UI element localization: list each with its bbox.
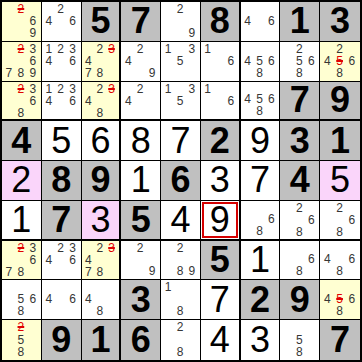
candidate-3-eliminated: 3 (106, 43, 118, 55)
candidate-slot-empty (321, 67, 333, 79)
cell-r8c3[interactable]: 48 (82, 280, 122, 320)
candidate-slot-empty (94, 55, 106, 67)
candidate-8: 8 (333, 265, 345, 277)
candidate-6: 6 (346, 253, 358, 265)
given-digit: 9 (51, 322, 71, 358)
cell-r1c9[interactable]: 3 (320, 2, 360, 42)
candidate-slot-empty (305, 346, 317, 358)
candidate-slot-empty (3, 293, 15, 305)
candidate-slot-empty (321, 265, 333, 277)
candidate-slot-empty (266, 67, 278, 79)
candidate-grid: 258 (2, 320, 41, 360)
candidate-1: 1 (162, 281, 174, 293)
candidate-grid: 23478 (82, 42, 120, 81)
cell-r4c6[interactable]: 2 (201, 121, 241, 161)
solved-digit: 9 (210, 202, 230, 238)
cell-r8c5[interactable]: 18 (161, 280, 201, 320)
candidate-slot-empty (346, 226, 358, 238)
cell-r6c1[interactable]: 1 (2, 201, 42, 241)
candidate-slot-empty (213, 55, 225, 67)
candidate-slot-empty (213, 43, 225, 55)
candidate-slot-empty (55, 27, 67, 39)
candidate-4: 4 (122, 55, 134, 67)
given-digit: 5 (210, 242, 230, 278)
cell-r2c2[interactable]: 12346 (42, 42, 82, 82)
solved-digit: 1 (250, 242, 270, 278)
candidate-2: 2 (94, 242, 106, 254)
candidate-8: 8 (94, 305, 106, 317)
candidate-slot-empty (346, 43, 358, 55)
solved-digit: 5 (51, 123, 71, 159)
candidate-8: 8 (174, 305, 186, 317)
cell-r7c8[interactable]: 68 (280, 241, 320, 281)
candidate-3-eliminated: 3 (106, 242, 118, 254)
cell-r8c1[interactable]: 568 (2, 280, 42, 320)
candidate-2: 2 (94, 43, 106, 55)
candidate-slot-empty (27, 107, 39, 119)
candidate-slot-empty (55, 305, 67, 317)
cell-r5c8[interactable]: 4 (280, 161, 320, 201)
candidate-grid: 2568 (280, 42, 319, 81)
solved-digit: 5 (330, 162, 350, 198)
candidate-3: 3 (186, 43, 198, 55)
candidate-9: 9 (186, 265, 198, 277)
given-digit: 1 (330, 123, 350, 159)
candidate-slot-empty (266, 43, 278, 55)
candidate-slot-empty (174, 67, 186, 79)
candidate-8: 8 (94, 67, 106, 79)
cell-r9c8[interactable]: 58 (280, 320, 320, 360)
candidate-8: 8 (15, 266, 27, 278)
candidate-6: 6 (266, 93, 278, 105)
candidate-8: 8 (254, 225, 266, 237)
candidate-5: 5 (293, 333, 305, 345)
candidate-slot-empty (3, 333, 15, 345)
candidate-9: 9 (186, 27, 198, 39)
candidate-slot-empty (43, 27, 55, 39)
candidate-6: 6 (346, 293, 358, 305)
candidate-grid: 24568 (320, 42, 360, 81)
candidate-slot-empty (67, 27, 79, 39)
candidate-grid: 24 (121, 82, 160, 120)
solved-digit: 1 (11, 202, 31, 238)
cell-r7c6[interactable]: 5 (201, 241, 241, 281)
candidate-slot-empty (3, 346, 15, 358)
candidate-slot-empty (186, 333, 198, 345)
candidate-slot-empty (321, 226, 333, 238)
candidate-grid: 16 (201, 42, 239, 81)
candidate-slot-empty (3, 107, 15, 119)
candidate-slot-empty (162, 15, 174, 27)
cell-r1c1[interactable]: 269 (2, 2, 42, 42)
candidate-4: 4 (242, 93, 254, 105)
candidate-slot-empty (67, 107, 79, 118)
candidate-slot-empty (174, 333, 186, 345)
candidate-5: 5 (293, 55, 305, 67)
cell-r2c3[interactable]: 23478 (82, 42, 122, 82)
cell-r3c3[interactable]: 2348 (82, 82, 122, 122)
candidate-slot-empty (134, 55, 146, 67)
candidate-grid: 58 (280, 320, 319, 360)
candidate-slot-empty (242, 225, 254, 237)
cell-r4c9[interactable]: 1 (320, 121, 360, 161)
candidate-slot-empty (281, 55, 293, 67)
candidate-7: 7 (83, 266, 95, 278)
candidate-3: 3 (186, 83, 198, 95)
candidate-slot-empty (67, 67, 79, 79)
cell-r4c4[interactable]: 8 (121, 121, 161, 161)
candidate-slot-empty (305, 321, 317, 333)
cell-r7c5[interactable]: 289 (161, 241, 201, 281)
candidate-8: 8 (293, 226, 305, 238)
candidate-6: 6 (67, 95, 79, 107)
cell-r1c6[interactable]: 8 (201, 2, 241, 42)
cell-r7c4[interactable]: 29 (121, 241, 161, 281)
candidate-8: 8 (15, 107, 27, 119)
candidate-slot-empty (281, 43, 293, 55)
candidate-slot-empty (106, 305, 118, 317)
candidate-slot-empty (162, 107, 174, 118)
candidate-slot-empty (213, 83, 225, 95)
candidate-slot-empty (186, 67, 198, 79)
candidate-slot-empty (305, 265, 317, 277)
cell-r5c6[interactable]: 3 (201, 161, 241, 201)
candidate-grid: 46 (42, 280, 81, 319)
solved-digit: 4 (170, 202, 190, 238)
cell-r9c7[interactable]: 3 (241, 320, 281, 360)
cell-r7c7[interactable]: 1 (241, 241, 281, 281)
candidate-slot-empty (242, 105, 254, 117)
candidate-slot-empty (146, 242, 158, 254)
cell-r1c3[interactable]: 5 (82, 2, 122, 42)
candidate-slot-empty (146, 95, 158, 107)
cell-r2c6[interactable]: 16 (201, 42, 241, 82)
candidate-slot-empty (3, 321, 15, 333)
given-digit: 3 (330, 3, 350, 39)
candidate-slot-empty (162, 67, 174, 79)
sudoku-board: 2692465729846132367891234623478249135164… (0, 0, 362, 362)
candidate-slot-empty (15, 95, 27, 107)
candidate-slot-empty (122, 265, 134, 277)
candidate-slot-empty (146, 55, 158, 67)
candidate-6: 6 (346, 55, 358, 67)
candidate-6: 6 (27, 95, 39, 107)
candidate-slot-empty (305, 43, 317, 55)
candidate-slot-empty (346, 265, 358, 277)
candidate-slot-empty (266, 27, 278, 39)
candidate-slot-empty (43, 67, 55, 79)
candidate-slot-empty (305, 333, 317, 345)
candidate-8: 8 (15, 305, 27, 317)
candidate-slot-empty (27, 305, 39, 317)
candidate-9: 9 (27, 67, 39, 79)
candidate-slot-empty (186, 346, 198, 358)
cell-r9c5[interactable]: 28 (161, 320, 201, 360)
cell-r2c1[interactable]: 236789 (2, 42, 42, 82)
candidate-2: 2 (134, 83, 146, 95)
candidate-7: 7 (3, 67, 15, 79)
candidate-grid: 29 (161, 2, 200, 41)
candidate-4: 4 (43, 254, 55, 266)
candidate-slot-empty (186, 55, 198, 67)
cell-r9c1[interactable]: 258 (2, 320, 42, 360)
candidate-slot-empty (43, 242, 55, 254)
cell-r5c5[interactable]: 6 (161, 161, 201, 201)
cell-r1c4[interactable]: 7 (121, 2, 161, 42)
cell-r5c3[interactable]: 9 (82, 161, 122, 201)
cell-r4c7[interactable]: 9 (241, 121, 281, 161)
candidate-slot-empty (162, 3, 174, 15)
candidate-grid: 12346 (42, 82, 81, 120)
candidate-6: 6 (67, 254, 79, 266)
candidate-9: 9 (146, 265, 158, 277)
cell-r2c7[interactable]: 4568 (241, 42, 281, 82)
cell-r9c3[interactable]: 1 (82, 320, 122, 360)
cell-r8c2[interactable]: 46 (42, 280, 82, 320)
cell-r4c5[interactable]: 7 (161, 121, 201, 161)
candidate-slot-empty (242, 43, 254, 55)
cell-r3c7[interactable]: 4568 (241, 82, 281, 122)
candidate-slot-empty (254, 27, 266, 39)
candidate-8: 8 (333, 67, 345, 79)
cell-r8c6[interactable]: 7 (201, 280, 241, 320)
candidate-slot-empty (94, 95, 106, 107)
candidate-slot-empty (266, 225, 278, 237)
solved-digit: 4 (210, 322, 230, 358)
candidate-slot-empty (305, 226, 317, 238)
cell-r1c5[interactable]: 29 (161, 2, 201, 42)
candidate-2-eliminated: 2 (15, 43, 27, 55)
cell-r1c2[interactable]: 246 (42, 2, 82, 42)
given-digit: 4 (290, 162, 310, 198)
candidate-slot-empty (225, 107, 237, 118)
candidate-slot-empty (225, 43, 237, 55)
candidate-slot-empty (106, 107, 118, 119)
given-digit: 2 (250, 282, 270, 318)
cell-r5c7[interactable]: 7 (241, 161, 281, 201)
candidate-slot-empty (122, 254, 134, 266)
candidate-6: 6 (67, 15, 79, 27)
solved-digit: 6 (90, 123, 110, 159)
candidate-slot-empty (3, 242, 15, 254)
cell-r4c3[interactable]: 6 (82, 121, 122, 161)
candidate-1: 1 (162, 43, 174, 55)
candidate-slot-empty (3, 15, 15, 27)
candidate-slot-empty (55, 95, 67, 107)
candidate-4: 4 (321, 55, 333, 67)
candidate-slot-empty (242, 213, 254, 225)
candidate-4: 4 (242, 55, 254, 67)
candidate-slot-empty (162, 305, 174, 317)
candidate-slot-empty (83, 83, 95, 95)
solved-digit: 9 (250, 123, 270, 159)
given-digit: 7 (330, 322, 350, 358)
cell-r4c1[interactable]: 4 (2, 121, 42, 161)
candidate-8: 8 (333, 305, 345, 317)
candidate-4: 4 (83, 254, 95, 266)
cell-r3c1[interactable]: 2368 (2, 82, 42, 122)
candidate-8: 8 (333, 226, 345, 238)
candidate-slot-empty (174, 27, 186, 39)
candidate-8: 8 (254, 105, 266, 117)
candidate-slot-empty (146, 43, 158, 55)
candidate-grid: 268 (320, 201, 360, 239)
cell-r5c2[interactable]: 8 (42, 161, 82, 201)
cell-r9c6[interactable]: 4 (201, 320, 241, 360)
candidate-slot-empty (15, 254, 27, 266)
candidate-slot-empty (134, 107, 146, 118)
candidate-slot-empty (83, 43, 95, 55)
cell-r8c9[interactable]: 4568 (320, 280, 360, 320)
given-digit: 3 (290, 123, 310, 159)
cell-r6c5[interactable]: 4 (161, 201, 201, 241)
candidate-slot-empty (254, 43, 266, 55)
cell-r7c3[interactable]: 23478 (82, 241, 122, 281)
cell-r5c9[interactable]: 5 (320, 161, 360, 201)
candidate-slot-empty (321, 305, 333, 317)
candidate-slot-empty (55, 67, 67, 79)
candidate-5: 5 (15, 333, 27, 345)
candidate-slot-empty (174, 83, 186, 95)
candidate-slot-empty (162, 254, 174, 266)
candidate-3: 3 (27, 242, 39, 254)
candidate-8: 8 (15, 67, 27, 79)
cell-r3c2[interactable]: 12346 (42, 82, 82, 122)
given-digit: 5 (90, 3, 110, 39)
candidate-1: 1 (162, 83, 174, 95)
candidate-slot-empty (293, 321, 305, 333)
candidate-4: 4 (83, 55, 95, 67)
solved-digit: 7 (170, 123, 190, 159)
candidate-2-eliminated: 2 (15, 242, 27, 254)
candidate-2-eliminated: 2 (15, 3, 27, 15)
candidate-slot-empty (67, 266, 79, 278)
candidate-slot-empty (186, 95, 198, 107)
candidate-slot-empty (202, 67, 214, 79)
candidate-8: 8 (254, 67, 266, 79)
candidate-slot-empty (202, 55, 214, 67)
cell-r7c1[interactable]: 23678 (2, 241, 42, 281)
given-digit: 8 (210, 3, 230, 39)
candidate-slot-empty (134, 254, 146, 266)
cell-r6c6[interactable]: 9 (201, 201, 241, 241)
candidate-slot-empty (106, 67, 118, 79)
cell-r3c9[interactable]: 9 (320, 82, 360, 122)
given-digit: 1 (90, 322, 110, 358)
candidate-6: 6 (305, 55, 317, 67)
candidate-2: 2 (174, 242, 186, 254)
candidate-slot-empty (162, 321, 174, 333)
candidate-5: 5 (174, 95, 186, 107)
candidate-6: 6 (266, 15, 278, 27)
cell-r9c9[interactable]: 7 (320, 320, 360, 360)
candidate-grid: 2346 (42, 241, 81, 280)
candidate-slot-empty (186, 3, 198, 15)
candidate-6: 6 (266, 55, 278, 67)
candidate-grid: 2348 (82, 82, 120, 120)
cell-r4c2[interactable]: 5 (42, 121, 82, 161)
cell-r5c1[interactable]: 2 (2, 161, 42, 201)
cell-r8c8[interactable]: 9 (280, 280, 320, 320)
cell-r6c7[interactable]: 68 (241, 201, 281, 241)
candidate-slot-empty (122, 67, 134, 79)
cell-r7c2[interactable]: 2346 (42, 241, 82, 281)
candidate-slot-empty (242, 202, 254, 213)
cell-r2c5[interactable]: 135 (161, 42, 201, 82)
candidate-slot-empty (106, 293, 118, 305)
candidate-slot-empty (242, 27, 254, 39)
cell-r9c2[interactable]: 9 (42, 320, 82, 360)
candidate-slot-empty (162, 346, 174, 358)
cell-r8c7[interactable]: 2 (241, 280, 281, 320)
candidate-slot-empty (174, 15, 186, 27)
given-digit: 7 (131, 3, 151, 39)
cell-r6c3[interactable]: 3 (82, 201, 122, 241)
candidate-slot-empty (321, 43, 333, 55)
candidate-slot-empty (162, 265, 174, 277)
candidate-slot-empty (94, 254, 106, 266)
candidate-8: 8 (94, 266, 106, 278)
solved-digit: 3 (90, 202, 110, 238)
cell-r2c8[interactable]: 2568 (280, 42, 320, 82)
candidate-slot-empty (83, 242, 95, 254)
candidate-grid: 16 (201, 82, 239, 120)
cell-r3c5[interactable]: 135 (161, 82, 201, 122)
solved-digit: 3 (250, 322, 270, 358)
cell-r6c2[interactable]: 7 (42, 201, 82, 241)
cell-r4c8[interactable]: 3 (280, 121, 320, 161)
cell-r2c4[interactable]: 249 (121, 42, 161, 82)
candidate-2: 2 (94, 83, 106, 95)
cell-r5c4[interactable]: 1 (121, 161, 161, 201)
candidate-slot-empty (106, 266, 118, 278)
cell-r6c9[interactable]: 268 (320, 201, 360, 241)
candidate-8: 8 (293, 67, 305, 79)
cell-r6c8[interactable]: 268 (280, 201, 320, 241)
candidate-slot-empty (3, 95, 15, 107)
given-digit: 8 (51, 162, 71, 198)
candidate-slot-empty (254, 202, 266, 213)
cell-r3c8[interactable]: 7 (280, 82, 320, 122)
candidate-7: 7 (3, 266, 15, 278)
cell-r1c7[interactable]: 46 (241, 2, 281, 42)
solved-digit: 1 (131, 162, 151, 198)
cell-r1c8[interactable]: 1 (280, 2, 320, 42)
candidate-slot-empty (3, 281, 15, 293)
candidate-grid: 4568 (241, 42, 280, 81)
given-digit: 6 (131, 322, 151, 358)
cell-r9c4[interactable]: 6 (121, 320, 161, 360)
candidate-grid: 68 (280, 241, 319, 280)
candidate-6: 6 (27, 293, 39, 305)
candidate-4: 4 (321, 293, 333, 305)
cell-r3c6[interactable]: 16 (201, 82, 241, 122)
candidate-2: 2 (293, 202, 305, 214)
candidate-slot-empty (67, 305, 79, 317)
candidate-grid: 2368 (2, 82, 41, 120)
cell-r3c4[interactable]: 24 (121, 82, 161, 122)
candidate-slot-empty (162, 95, 174, 107)
candidate-grid: 23478 (82, 241, 120, 280)
candidate-5: 5 (174, 55, 186, 67)
cell-r8c4[interactable]: 3 (121, 280, 161, 320)
candidate-1: 1 (202, 43, 214, 55)
cell-r6c4[interactable]: 5 (121, 201, 161, 241)
candidate-4: 4 (122, 95, 134, 107)
cell-r7c9[interactable]: 468 (320, 241, 360, 281)
candidate-2: 2 (134, 242, 146, 254)
cell-r2c9[interactable]: 24568 (320, 42, 360, 82)
